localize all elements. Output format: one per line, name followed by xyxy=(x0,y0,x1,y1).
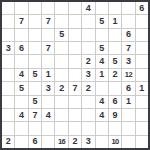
cell-r1c0[interactable] xyxy=(2,15,14,27)
cell-r10c9[interactable] xyxy=(122,136,134,148)
cell-r5c3-clue: 1 xyxy=(42,69,54,81)
cell-r8c4[interactable] xyxy=(55,109,67,121)
cell-r8c8-clue: 9 xyxy=(109,109,121,121)
cell-r5c1-clue: 4 xyxy=(15,69,27,81)
cell-r0c6-clue: 4 xyxy=(82,2,94,14)
cell-r3c0-clue: 3 xyxy=(2,42,14,54)
cell-r1c5[interactable] xyxy=(69,15,81,27)
cell-r10c2-clue: 6 xyxy=(29,136,41,148)
cell-r5c8-clue: 2 xyxy=(109,69,121,81)
cell-r1c10[interactable] xyxy=(136,15,148,27)
cell-r7c3[interactable] xyxy=(42,96,54,108)
cell-r9c10[interactable] xyxy=(136,122,148,134)
cell-r3c7-clue: 5 xyxy=(96,42,108,54)
cell-r7c9-clue: 1 xyxy=(122,96,134,108)
puzzle-board: 4677515636757245345131212532726154614744… xyxy=(0,0,150,150)
cell-r1c3-clue: 7 xyxy=(42,15,54,27)
cell-r3c1-clue: 6 xyxy=(15,42,27,54)
cell-r7c0[interactable] xyxy=(2,96,14,108)
puzzle-page: 4677515636757245345131212532726154614744… xyxy=(0,0,150,150)
cell-r3c3-clue: 7 xyxy=(42,42,54,54)
cell-r10c10[interactable] xyxy=(136,136,148,148)
cell-r7c7-clue: 4 xyxy=(96,96,108,108)
cell-r0c5[interactable] xyxy=(69,2,81,14)
cell-r4c7-clue: 4 xyxy=(96,55,108,67)
cell-r1c8-clue: 1 xyxy=(109,15,121,27)
cell-r1c6[interactable] xyxy=(82,15,94,27)
cell-r10c5-clue: 2 xyxy=(69,136,81,148)
cell-r8c2-clue: 7 xyxy=(29,109,41,121)
cell-r0c8[interactable] xyxy=(109,2,121,14)
cell-r1c1-clue: 7 xyxy=(15,15,27,27)
cell-r0c1[interactable] xyxy=(15,2,27,14)
cell-r0c0[interactable] xyxy=(2,2,14,14)
cell-r1c9[interactable] xyxy=(122,15,134,27)
cell-r4c2[interactable] xyxy=(29,55,41,67)
cell-r5c9-clue: 12 xyxy=(122,69,134,81)
cell-r6c5-clue: 7 xyxy=(69,82,81,94)
cell-r9c8[interactable] xyxy=(109,122,121,134)
cell-r4c4[interactable] xyxy=(55,55,67,67)
cell-r4c3[interactable] xyxy=(42,55,54,67)
cell-r9c4[interactable] xyxy=(55,122,67,134)
cell-r4c5[interactable] xyxy=(69,55,81,67)
cell-r2c4-clue: 5 xyxy=(55,29,67,41)
cell-r8c3-clue: 4 xyxy=(42,109,54,121)
cell-r6c8[interactable] xyxy=(109,82,121,94)
cell-r9c6[interactable] xyxy=(82,122,94,134)
cell-r3c4[interactable] xyxy=(55,42,67,54)
cell-r2c10[interactable] xyxy=(136,29,148,41)
cell-r3c8[interactable] xyxy=(109,42,121,54)
cell-r7c2-clue: 5 xyxy=(29,96,41,108)
cell-r5c6-clue: 3 xyxy=(82,69,94,81)
cell-r9c7[interactable] xyxy=(96,122,108,134)
cell-r9c9[interactable] xyxy=(122,122,134,134)
cell-r8c9[interactable] xyxy=(122,109,134,121)
cell-r2c5[interactable] xyxy=(69,29,81,41)
cell-r8c7-clue: 4 xyxy=(96,109,108,121)
cell-r9c5[interactable] xyxy=(69,122,81,134)
cell-r5c2-clue: 5 xyxy=(29,69,41,81)
cell-r0c4[interactable] xyxy=(55,2,67,14)
cell-r9c0[interactable] xyxy=(2,122,14,134)
cell-r5c7-clue: 1 xyxy=(96,69,108,81)
cell-r7c5[interactable] xyxy=(69,96,81,108)
cell-r7c6[interactable] xyxy=(82,96,94,108)
cell-r6c9-clue: 6 xyxy=(122,82,134,94)
cell-r1c7-clue: 5 xyxy=(96,15,108,27)
cell-r2c6[interactable] xyxy=(82,29,94,41)
cell-r6c0[interactable] xyxy=(2,82,14,94)
cell-r10c4-clue: 16 xyxy=(55,136,67,148)
cell-r8c10[interactable] xyxy=(136,109,148,121)
cell-r3c5[interactable] xyxy=(69,42,81,54)
cell-r4c9-clue: 3 xyxy=(122,55,134,67)
cell-r2c0[interactable] xyxy=(2,29,14,41)
cell-r0c10-clue: 6 xyxy=(136,2,148,14)
cell-r2c7[interactable] xyxy=(96,29,108,41)
cell-r7c8-clue: 6 xyxy=(109,96,121,108)
cell-r8c0[interactable] xyxy=(2,109,14,121)
cell-r3c10[interactable] xyxy=(136,42,148,54)
cell-r10c0-clue: 2 xyxy=(2,136,14,148)
cell-r5c4[interactable] xyxy=(55,69,67,81)
cell-r6c10-clue: 1 xyxy=(136,82,148,94)
cell-r1c4[interactable] xyxy=(55,15,67,27)
cell-r9c1[interactable] xyxy=(15,122,27,134)
cell-r0c7[interactable] xyxy=(96,2,108,14)
cell-r2c8[interactable] xyxy=(109,29,121,41)
cell-r6c1-clue: 5 xyxy=(15,82,27,94)
cell-r10c8-clue: 10 xyxy=(109,136,121,148)
cell-r0c9[interactable] xyxy=(122,2,134,14)
cell-r8c5[interactable] xyxy=(69,109,81,121)
cell-r6c3-clue: 3 xyxy=(42,82,54,94)
cell-r4c6-clue: 2 xyxy=(82,55,94,67)
cell-r6c4-clue: 2 xyxy=(55,82,67,94)
cell-r2c2[interactable] xyxy=(29,29,41,41)
cell-r7c10[interactable] xyxy=(136,96,148,108)
cell-r2c9-clue: 6 xyxy=(122,29,134,41)
cell-r9c2[interactable] xyxy=(29,122,41,134)
cell-r1c2[interactable] xyxy=(29,15,41,27)
cell-r4c0[interactable] xyxy=(2,55,14,67)
cell-r7c4[interactable] xyxy=(55,96,67,108)
cell-r0c3[interactable] xyxy=(42,2,54,14)
cell-r2c3[interactable] xyxy=(42,29,54,41)
cell-r10c6-clue: 3 xyxy=(82,136,94,148)
cell-r3c2[interactable] xyxy=(29,42,41,54)
cell-r8c1-clue: 4 xyxy=(15,109,27,121)
cell-r3c9-clue: 7 xyxy=(122,42,134,54)
cell-r3c6[interactable] xyxy=(82,42,94,54)
cell-r0c2[interactable] xyxy=(29,2,41,14)
cell-r6c7[interactable] xyxy=(96,82,108,94)
cell-r10c1[interactable] xyxy=(15,136,27,148)
cell-r8c6[interactable] xyxy=(82,109,94,121)
cell-r10c7[interactable] xyxy=(96,136,108,148)
cell-r7c1[interactable] xyxy=(15,96,27,108)
cell-r9c3[interactable] xyxy=(42,122,54,134)
cell-r6c6-clue: 2 xyxy=(82,82,94,94)
cell-r6c2[interactable] xyxy=(29,82,41,94)
cell-r4c8-clue: 5 xyxy=(109,55,121,67)
cell-r4c1[interactable] xyxy=(15,55,27,67)
cell-r5c0[interactable] xyxy=(2,69,14,81)
cell-r5c5[interactable] xyxy=(69,69,81,81)
cell-r10c3[interactable] xyxy=(42,136,54,148)
cell-r4c10[interactable] xyxy=(136,55,148,67)
cell-r2c1[interactable] xyxy=(15,29,27,41)
cell-r5c10[interactable] xyxy=(136,69,148,81)
